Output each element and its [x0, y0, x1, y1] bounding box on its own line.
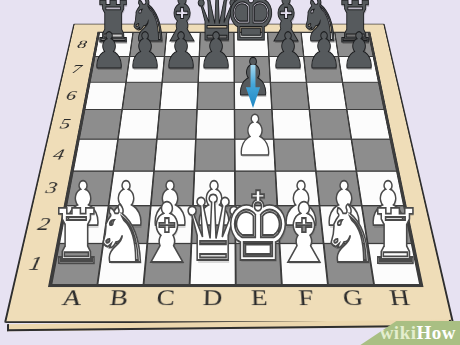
square-h7: [339, 57, 379, 82]
square-a8: [95, 33, 133, 57]
square-e3: [235, 171, 277, 206]
square-e8: [234, 33, 269, 57]
square-e5: [234, 110, 273, 140]
square-h8: [335, 33, 374, 57]
file-label-g: G: [328, 282, 379, 315]
square-f6: [270, 82, 309, 109]
square-b4: [113, 139, 156, 171]
square-a7: [90, 57, 130, 82]
square-a3: [66, 171, 113, 206]
rank-label-5: 5: [47, 110, 83, 140]
square-b3: [109, 171, 154, 206]
square-g1: [324, 243, 374, 284]
square-d4: [194, 139, 234, 171]
square-h5: [347, 110, 391, 140]
square-c4: [154, 139, 196, 171]
square-b5: [118, 110, 160, 140]
square-b8: [130, 33, 167, 57]
square-d3: [193, 171, 235, 206]
square-d8: [199, 33, 234, 57]
square-b1: [97, 243, 147, 284]
square-f7: [269, 57, 307, 82]
file-label-c: C: [141, 282, 190, 315]
square-f8: [268, 33, 304, 57]
square-a2: [59, 206, 108, 244]
rank-label-8: 8: [66, 33, 98, 57]
square-g2: [320, 206, 368, 244]
square-f3: [275, 171, 319, 206]
square-c3: [151, 171, 195, 206]
board-plane: 87654321 ABCDEFGH: [4, 24, 454, 323]
chess-board: [51, 33, 420, 285]
file-label-e: E: [236, 282, 284, 315]
rank-label-2: 2: [22, 206, 64, 244]
rank-label-7: 7: [60, 57, 93, 82]
square-b6: [122, 82, 162, 109]
square-c2: [147, 206, 193, 244]
square-g4: [312, 139, 356, 171]
square-e2: [235, 206, 279, 244]
square-e7: [234, 57, 270, 82]
square-h4: [351, 139, 396, 171]
illustration-canvas: 87654321 ABCDEFGH ♜♞♝♛♚♝♞♜♟♟♟♟♟♟♟♟♟♟♟♟♟♟…: [0, 0, 460, 345]
file-label-a: A: [46, 282, 98, 315]
square-c5: [157, 110, 197, 140]
square-d6: [197, 82, 234, 109]
square-f5: [272, 110, 313, 140]
square-a5: [79, 110, 122, 140]
file-label-d: D: [188, 282, 236, 315]
square-c1: [144, 243, 192, 284]
square-a6: [85, 82, 126, 109]
square-e1: [235, 243, 281, 284]
square-c6: [160, 82, 199, 109]
square-b2: [103, 206, 151, 244]
square-h6: [343, 82, 385, 109]
wikihow-how-text: How: [417, 322, 457, 344]
square-b7: [126, 57, 164, 82]
square-c8: [164, 33, 200, 57]
square-d1: [190, 243, 236, 284]
square-d7: [198, 57, 234, 82]
square-a4: [73, 139, 118, 171]
square-h3: [356, 171, 404, 206]
rank-label-3: 3: [31, 171, 71, 206]
square-h2: [362, 206, 412, 244]
square-g8: [301, 33, 338, 57]
square-g6: [306, 82, 346, 109]
square-c7: [162, 57, 199, 82]
file-label-b: B: [93, 282, 144, 315]
square-e4: [235, 139, 276, 171]
square-d2: [191, 206, 235, 244]
square-f1: [279, 243, 327, 284]
square-e6: [234, 82, 272, 109]
board-scene: 87654321 ABCDEFGH: [4, 23, 454, 323]
square-g7: [304, 57, 343, 82]
file-label-h: H: [374, 282, 427, 315]
square-f4: [274, 139, 316, 171]
square-d5: [196, 110, 235, 140]
square-a1: [51, 243, 103, 284]
square-h1: [368, 243, 421, 284]
rank-label-4: 4: [39, 139, 77, 171]
square-f2: [277, 206, 323, 244]
rank-label-6: 6: [54, 82, 89, 109]
square-g5: [309, 110, 351, 140]
square-g3: [316, 171, 362, 206]
file-label-f: F: [282, 282, 331, 315]
